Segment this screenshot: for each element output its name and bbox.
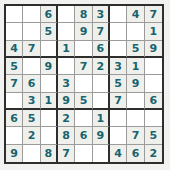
cell-r1c3: 6 bbox=[41, 6, 58, 23]
cell-r7c5[interactable] bbox=[75, 110, 92, 127]
cell-r7c6: 1 bbox=[93, 110, 110, 127]
cell-r4c9[interactable] bbox=[145, 58, 162, 75]
cell-r2c5: 9 bbox=[75, 23, 92, 40]
cell-r6c7: 7 bbox=[110, 93, 127, 110]
cell-r6c8[interactable] bbox=[127, 93, 144, 110]
cell-r1c7[interactable] bbox=[110, 6, 127, 23]
cell-r3c4: 1 bbox=[58, 41, 75, 58]
cell-r9c2[interactable] bbox=[23, 145, 40, 162]
cell-r1c1[interactable] bbox=[6, 6, 23, 23]
cell-r8c3[interactable] bbox=[41, 127, 58, 144]
cell-r5c6[interactable] bbox=[93, 75, 110, 92]
cell-r2c8[interactable] bbox=[127, 23, 144, 40]
cell-r6c5: 5 bbox=[75, 93, 92, 110]
cell-r5c5[interactable] bbox=[75, 75, 92, 92]
cell-r7c9[interactable] bbox=[145, 110, 162, 127]
cell-r3c8: 5 bbox=[127, 41, 144, 58]
cell-r4c1: 5 bbox=[6, 58, 23, 75]
cell-r9c8: 6 bbox=[127, 145, 144, 162]
cell-r8c2: 2 bbox=[23, 127, 40, 144]
cell-r5c9[interactable] bbox=[145, 75, 162, 92]
cell-r4c2[interactable] bbox=[23, 58, 40, 75]
cell-r4c4[interactable] bbox=[58, 58, 75, 75]
cell-r2c7[interactable] bbox=[110, 23, 127, 40]
cell-r3c2: 7 bbox=[23, 41, 40, 58]
sudoku-board: 6834759714716595972317635931957665212869… bbox=[4, 4, 164, 164]
cell-r6c9: 6 bbox=[145, 93, 162, 110]
cell-r4c8: 1 bbox=[127, 58, 144, 75]
cell-r7c3[interactable] bbox=[41, 110, 58, 127]
cell-r8c7[interactable] bbox=[110, 127, 127, 144]
cell-r5c4: 3 bbox=[58, 75, 75, 92]
cell-r7c7[interactable] bbox=[110, 110, 127, 127]
cell-r1c4[interactable] bbox=[58, 6, 75, 23]
cell-r4c7: 3 bbox=[110, 58, 127, 75]
cell-r6c2: 3 bbox=[23, 93, 40, 110]
cell-r5c8: 9 bbox=[127, 75, 144, 92]
cell-r8c5: 6 bbox=[75, 127, 92, 144]
cell-r8c6: 9 bbox=[93, 127, 110, 144]
cell-r8c4: 8 bbox=[58, 127, 75, 144]
cell-r5c7: 5 bbox=[110, 75, 127, 92]
cell-r5c1: 7 bbox=[6, 75, 23, 92]
cell-r1c8: 4 bbox=[127, 6, 144, 23]
cell-r8c1[interactable] bbox=[6, 127, 23, 144]
cell-r3c6: 6 bbox=[93, 41, 110, 58]
cell-r6c3: 1 bbox=[41, 93, 58, 110]
cell-r7c4: 2 bbox=[58, 110, 75, 127]
cell-r5c3[interactable] bbox=[41, 75, 58, 92]
cell-r9c9: 2 bbox=[145, 145, 162, 162]
cell-r4c6: 2 bbox=[93, 58, 110, 75]
cell-r1c5: 8 bbox=[75, 6, 92, 23]
cell-r2c1[interactable] bbox=[6, 23, 23, 40]
cell-r1c6: 3 bbox=[93, 6, 110, 23]
cell-r2c9: 1 bbox=[145, 23, 162, 40]
cell-r1c2[interactable] bbox=[23, 6, 40, 23]
cell-r6c6[interactable] bbox=[93, 93, 110, 110]
cell-r8c8: 7 bbox=[127, 127, 144, 144]
cell-r9c7: 4 bbox=[110, 145, 127, 162]
cell-r3c3[interactable] bbox=[41, 41, 58, 58]
cell-r3c1: 4 bbox=[6, 41, 23, 58]
cell-r4c5: 7 bbox=[75, 58, 92, 75]
cell-r9c4: 7 bbox=[58, 145, 75, 162]
cell-r1c9: 7 bbox=[145, 6, 162, 23]
cell-r3c7[interactable] bbox=[110, 41, 127, 58]
cell-r3c5[interactable] bbox=[75, 41, 92, 58]
cell-r2c4[interactable] bbox=[58, 23, 75, 40]
cell-r5c2: 6 bbox=[23, 75, 40, 92]
cell-r2c3: 5 bbox=[41, 23, 58, 40]
cell-r6c1[interactable] bbox=[6, 93, 23, 110]
cell-r9c3: 8 bbox=[41, 145, 58, 162]
cell-r2c6: 7 bbox=[93, 23, 110, 40]
cell-r9c5[interactable] bbox=[75, 145, 92, 162]
cell-r4c3: 9 bbox=[41, 58, 58, 75]
cell-r6c4: 9 bbox=[58, 93, 75, 110]
cell-r7c1: 6 bbox=[6, 110, 23, 127]
cell-r7c2: 5 bbox=[23, 110, 40, 127]
cell-r9c6[interactable] bbox=[93, 145, 110, 162]
cell-r9c1: 9 bbox=[6, 145, 23, 162]
cell-r8c9: 5 bbox=[145, 127, 162, 144]
cell-r2c2[interactable] bbox=[23, 23, 40, 40]
cell-r3c9: 9 bbox=[145, 41, 162, 58]
cell-r7c8[interactable] bbox=[127, 110, 144, 127]
